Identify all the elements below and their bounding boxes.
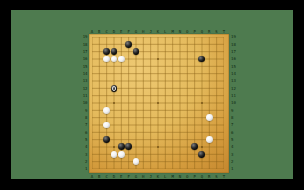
row-label-left-12: 12 <box>79 85 88 92</box>
black-stone-D12 <box>111 85 118 92</box>
row-label-right-1: 1 <box>231 165 240 172</box>
white-stone-R5 <box>206 136 213 143</box>
table-background: ABCDEFGHJKLMNOPQRST ABCDEFGHJKLMNOPQRST … <box>11 10 293 179</box>
black-stone-F18 <box>125 41 132 48</box>
white-stone-R8 <box>206 114 213 121</box>
col-label-top-r: R <box>206 29 213 34</box>
white-stone-C9 <box>103 107 110 114</box>
col-label-top-j: J <box>147 29 154 34</box>
row-label-right-7: 7 <box>231 121 240 128</box>
row-label-right-17: 17 <box>231 48 240 55</box>
go-board[interactable] <box>89 34 229 173</box>
col-label-top-e: E <box>118 29 125 34</box>
col-label-top-l: L <box>162 29 169 34</box>
row-label-right-4: 4 <box>231 143 240 150</box>
col-label-bottom-r: R <box>206 174 213 179</box>
black-stone-E4 <box>118 143 125 150</box>
coordinate-labels-right: 19181716151413121110987654321 <box>230 33 240 172</box>
white-stone-E3 <box>118 151 125 158</box>
col-label-top-k: K <box>154 29 161 34</box>
col-label-bottom-k: K <box>154 174 161 179</box>
white-stone-C16 <box>103 56 110 63</box>
row-label-left-4: 4 <box>79 143 88 150</box>
col-label-top-a: A <box>88 29 95 34</box>
row-label-left-6: 6 <box>79 129 88 136</box>
col-label-bottom-p: P <box>191 174 198 179</box>
col-label-bottom-e: E <box>118 174 125 179</box>
row-label-left-18: 18 <box>79 41 88 48</box>
black-stone-P4 <box>191 143 198 150</box>
col-label-top-d: D <box>110 29 117 34</box>
coordinate-labels-bottom: ABCDEFGHJKLMNOPQRST <box>88 174 227 179</box>
white-stone-D16 <box>111 56 118 63</box>
black-stone-F4 <box>125 143 132 150</box>
black-stone-C5 <box>103 136 110 143</box>
row-label-left-9: 9 <box>79 107 88 114</box>
col-label-bottom-h: H <box>140 174 147 179</box>
row-label-left-1: 1 <box>79 165 88 172</box>
white-stone-E16 <box>118 56 125 63</box>
row-label-right-15: 15 <box>231 63 240 70</box>
black-stone-C17 <box>103 48 110 55</box>
row-label-right-11: 11 <box>231 92 240 99</box>
black-stone-Q3 <box>198 151 205 158</box>
col-label-top-m: M <box>169 29 176 34</box>
col-label-bottom-g: G <box>132 174 139 179</box>
col-label-bottom-f: F <box>125 174 132 179</box>
row-label-right-18: 18 <box>231 41 240 48</box>
row-label-left-2: 2 <box>79 158 88 165</box>
col-label-bottom-a: A <box>88 174 95 179</box>
col-label-bottom-j: J <box>147 174 154 179</box>
row-label-right-10: 10 <box>231 99 240 106</box>
col-label-top-g: G <box>132 29 139 34</box>
row-label-right-13: 13 <box>231 77 240 84</box>
col-label-top-c: C <box>103 29 110 34</box>
col-label-bottom-q: Q <box>198 174 205 179</box>
row-label-left-8: 8 <box>79 114 88 121</box>
col-label-bottom-s: S <box>213 174 220 179</box>
last-move-marker <box>112 86 117 91</box>
row-label-left-15: 15 <box>79 63 88 70</box>
col-label-bottom-l: L <box>162 174 169 179</box>
black-stone-G17 <box>133 48 140 55</box>
row-label-left-17: 17 <box>79 48 88 55</box>
row-label-right-16: 16 <box>231 55 240 62</box>
col-label-bottom-m: M <box>169 174 176 179</box>
row-label-left-19: 19 <box>79 33 88 40</box>
col-label-top-n: N <box>176 29 183 34</box>
row-label-right-9: 9 <box>231 107 240 114</box>
col-label-top-o: O <box>184 29 191 34</box>
col-label-bottom-c: C <box>103 174 110 179</box>
row-label-left-10: 10 <box>79 99 88 106</box>
white-stone-G2 <box>133 158 140 165</box>
row-label-left-13: 13 <box>79 77 88 84</box>
letterbox-frame: ABCDEFGHJKLMNOPQRST ABCDEFGHJKLMNOPQRST … <box>0 0 304 190</box>
coordinate-labels-left: 19181716151413121110987654321 <box>79 33 89 172</box>
white-stone-D3 <box>111 151 118 158</box>
col-label-top-t: T <box>220 29 227 34</box>
col-label-bottom-d: D <box>110 174 117 179</box>
row-label-right-14: 14 <box>231 70 240 77</box>
row-label-left-14: 14 <box>79 70 88 77</box>
row-label-right-3: 3 <box>231 151 240 158</box>
col-label-bottom-n: N <box>176 174 183 179</box>
col-label-bottom-o: O <box>184 174 191 179</box>
col-label-top-h: H <box>140 29 147 34</box>
row-label-left-5: 5 <box>79 136 88 143</box>
row-label-right-5: 5 <box>231 136 240 143</box>
row-label-left-16: 16 <box>79 55 88 62</box>
row-label-right-12: 12 <box>231 85 240 92</box>
white-stone-C7 <box>103 122 110 129</box>
col-label-top-p: P <box>191 29 198 34</box>
row-label-right-19: 19 <box>231 33 240 40</box>
row-label-left-11: 11 <box>79 92 88 99</box>
col-label-bottom-b: B <box>96 174 103 179</box>
row-label-right-6: 6 <box>231 129 240 136</box>
col-label-top-s: S <box>213 29 220 34</box>
black-stone-D17 <box>111 48 118 55</box>
stones-grid <box>88 33 227 172</box>
row-label-left-3: 3 <box>79 151 88 158</box>
row-label-right-8: 8 <box>231 114 240 121</box>
col-label-top-q: Q <box>198 29 205 34</box>
coordinate-labels-top: ABCDEFGHJKLMNOPQRST <box>88 29 227 34</box>
row-label-left-7: 7 <box>79 121 88 128</box>
col-label-top-f: F <box>125 29 132 34</box>
col-label-bottom-t: T <box>220 174 227 179</box>
black-stone-Q16 <box>198 56 205 63</box>
col-label-top-b: B <box>96 29 103 34</box>
row-label-right-2: 2 <box>231 158 240 165</box>
